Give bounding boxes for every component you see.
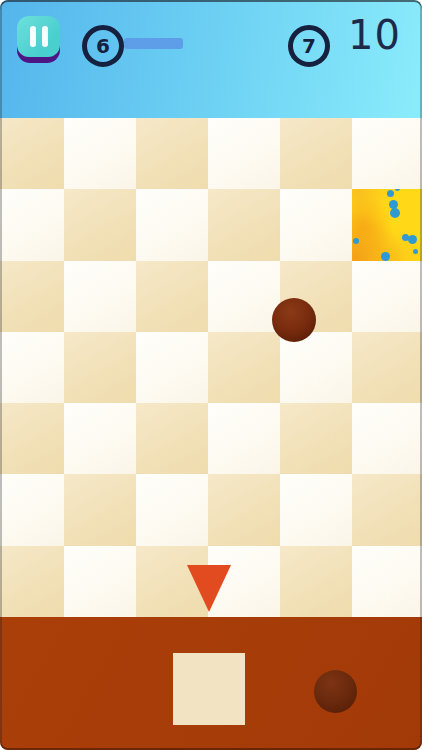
- board-cell[interactable]: [0, 118, 64, 189]
- paint-dot: [408, 235, 417, 244]
- board-cell[interactable]: [136, 261, 208, 332]
- current-level-badge: 6: [82, 25, 124, 67]
- game-screen: 6 7 10: [0, 0, 422, 750]
- board-cell[interactable]: [352, 546, 422, 617]
- board-cell[interactable]: [0, 546, 64, 617]
- board-cell[interactable]: [280, 474, 352, 545]
- score-value: 10: [348, 12, 401, 58]
- paint-dot: [395, 189, 400, 191]
- board-cell[interactable]: [0, 403, 64, 474]
- board-cell[interactable]: [136, 403, 208, 474]
- board-cell[interactable]: [0, 474, 64, 545]
- board-cell[interactable]: [280, 546, 352, 617]
- board-cell[interactable]: [208, 403, 280, 474]
- next-level-badge: 7: [288, 25, 330, 67]
- player-ball: [272, 298, 316, 342]
- board-cell[interactable]: [208, 261, 280, 332]
- board-cell[interactable]: [64, 189, 136, 260]
- board-cell[interactable]: [64, 546, 136, 617]
- board-cell[interactable]: [136, 118, 208, 189]
- board-cell[interactable]: [352, 403, 422, 474]
- board-cell[interactable]: [136, 332, 208, 403]
- pause-icon: [17, 16, 60, 57]
- paint-dot: [387, 190, 394, 197]
- pause-button[interactable]: [17, 16, 60, 63]
- board-cell[interactable]: [352, 474, 422, 545]
- paint-dot: [390, 208, 400, 218]
- board-cell[interactable]: [0, 332, 64, 403]
- level-progress-bar: [124, 38, 183, 49]
- board-cell[interactable]: [136, 474, 208, 545]
- board-cell[interactable]: [280, 403, 352, 474]
- hud-bar: 6 7 10: [0, 0, 422, 118]
- paint-dot: [353, 238, 359, 244]
- next-level-number: 7: [302, 34, 316, 58]
- board-cell[interactable]: [208, 118, 280, 189]
- paint-dot: [413, 249, 418, 254]
- board-cell[interactable]: [64, 118, 136, 189]
- board-cell[interactable]: [352, 118, 422, 189]
- tray-square-slot: [173, 653, 245, 725]
- board-cell[interactable]: [64, 261, 136, 332]
- board: [0, 118, 422, 617]
- board-cell[interactable]: [208, 189, 280, 260]
- board-cell[interactable]: [0, 189, 64, 260]
- board-cell[interactable]: [208, 332, 280, 403]
- tray-ball: [314, 670, 357, 713]
- board-cell[interactable]: [0, 261, 64, 332]
- board-cell[interactable]: [64, 403, 136, 474]
- paint-splatter-tile[interactable]: [352, 189, 422, 260]
- board-cell[interactable]: [64, 474, 136, 545]
- board-cell[interactable]: [208, 474, 280, 545]
- board-cell[interactable]: [136, 189, 208, 260]
- board-cell[interactable]: [280, 189, 352, 260]
- bottom-tray: [0, 617, 422, 750]
- board-cell[interactable]: [352, 332, 422, 403]
- board-cell[interactable]: [280, 118, 352, 189]
- current-level-number: 6: [96, 34, 110, 58]
- paint-dot: [381, 252, 390, 261]
- board-cell[interactable]: [280, 332, 352, 403]
- board-cell[interactable]: [352, 261, 422, 332]
- board-cell[interactable]: [64, 332, 136, 403]
